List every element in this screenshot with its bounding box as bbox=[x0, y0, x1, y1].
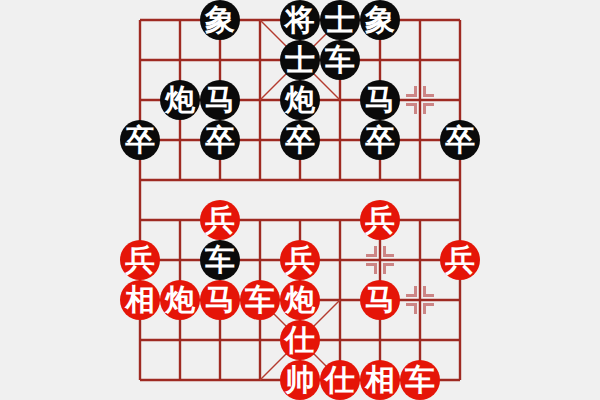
marker-corner bbox=[366, 263, 377, 274]
marker-corner bbox=[383, 263, 394, 274]
last-move-marker bbox=[406, 86, 434, 114]
red-soldier-piece[interactable]: 兵 bbox=[200, 200, 240, 240]
marker-corner bbox=[423, 286, 434, 297]
black-cannon-piece[interactable]: 炮 bbox=[280, 80, 320, 120]
red-soldier-piece[interactable]: 兵 bbox=[120, 240, 160, 280]
black-elephant-piece[interactable]: 象 bbox=[360, 0, 400, 40]
red-chariot-piece[interactable]: 车 bbox=[240, 280, 280, 320]
black-soldier-piece[interactable]: 卒 bbox=[440, 120, 480, 160]
black-chariot-piece[interactable]: 车 bbox=[320, 40, 360, 80]
red-general-piece[interactable]: 帅 bbox=[280, 360, 320, 400]
black-general-piece[interactable]: 将 bbox=[280, 0, 320, 40]
marker-corner bbox=[423, 303, 434, 314]
black-advisor-piece[interactable]: 士 bbox=[320, 0, 360, 40]
red-chariot-piece[interactable]: 车 bbox=[400, 360, 440, 400]
black-soldier-piece[interactable]: 卒 bbox=[200, 120, 240, 160]
black-chariot-piece[interactable]: 车 bbox=[200, 240, 240, 280]
black-advisor-piece[interactable]: 士 bbox=[280, 40, 320, 80]
marker-corner bbox=[423, 86, 434, 97]
black-soldier-piece[interactable]: 卒 bbox=[280, 120, 320, 160]
black-cannon-piece[interactable]: 炮 bbox=[160, 80, 200, 120]
marker-corner bbox=[406, 303, 417, 314]
xiangqi-board-canvas: 象将士象士车炮马炮马卒卒卒卒卒车兵兵兵兵兵相炮马车炮马仕帅仕相车 bbox=[0, 0, 600, 400]
black-elephant-piece[interactable]: 象 bbox=[200, 0, 240, 40]
red-soldier-piece[interactable]: 兵 bbox=[280, 240, 320, 280]
marker-corner bbox=[406, 86, 417, 97]
red-advisor-piece[interactable]: 仕 bbox=[320, 360, 360, 400]
red-soldier-piece[interactable]: 兵 bbox=[440, 240, 480, 280]
black-horse-piece[interactable]: 马 bbox=[200, 80, 240, 120]
marker-corner bbox=[366, 246, 377, 257]
red-soldier-piece[interactable]: 兵 bbox=[360, 200, 400, 240]
red-horse-piece[interactable]: 马 bbox=[360, 280, 400, 320]
marker-corner bbox=[406, 286, 417, 297]
red-cannon-piece[interactable]: 炮 bbox=[160, 280, 200, 320]
marker-corner bbox=[423, 103, 434, 114]
marker-corner bbox=[406, 103, 417, 114]
black-soldier-piece[interactable]: 卒 bbox=[360, 120, 400, 160]
last-move-marker bbox=[366, 246, 394, 274]
xiangqi-board: 象将士象士车炮马炮马卒卒卒卒卒车兵兵兵兵兵相炮马车炮马仕帅仕相车 bbox=[120, 0, 480, 400]
red-advisor-piece[interactable]: 仕 bbox=[280, 320, 320, 360]
red-elephant-piece[interactable]: 相 bbox=[120, 280, 160, 320]
red-elephant-piece[interactable]: 相 bbox=[360, 360, 400, 400]
last-move-marker bbox=[406, 286, 434, 314]
red-horse-piece[interactable]: 马 bbox=[200, 280, 240, 320]
marker-corner bbox=[383, 246, 394, 257]
red-cannon-piece[interactable]: 炮 bbox=[280, 280, 320, 320]
black-horse-piece[interactable]: 马 bbox=[360, 80, 400, 120]
black-soldier-piece[interactable]: 卒 bbox=[120, 120, 160, 160]
